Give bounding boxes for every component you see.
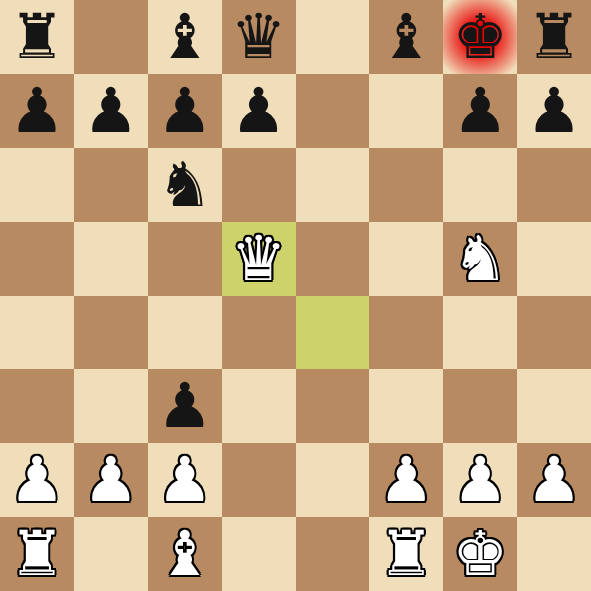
square-b3[interactable] xyxy=(74,369,148,443)
black-pawn-c3[interactable]: ♟ xyxy=(157,369,213,443)
square-a5[interactable] xyxy=(0,222,74,296)
black-bishop-f8[interactable]: ♝ xyxy=(379,0,435,74)
black-pawn-g7[interactable]: ♟ xyxy=(452,74,508,148)
square-a3[interactable] xyxy=(0,369,74,443)
square-g4[interactable] xyxy=(443,296,517,370)
square-d8[interactable]: ♛ xyxy=(222,0,296,74)
square-a1[interactable]: ♜ xyxy=(0,517,74,591)
white-pawn-h2[interactable]: ♟ xyxy=(526,443,582,517)
square-e8[interactable] xyxy=(296,0,370,74)
square-d1[interactable] xyxy=(222,517,296,591)
square-f1[interactable]: ♜ xyxy=(369,517,443,591)
square-c3[interactable]: ♟ xyxy=(148,369,222,443)
square-d3[interactable] xyxy=(222,369,296,443)
square-g5[interactable]: ♞ xyxy=(443,222,517,296)
square-b2[interactable]: ♟ xyxy=(74,443,148,517)
black-bishop-c8[interactable]: ♝ xyxy=(157,0,213,74)
square-e1[interactable] xyxy=(296,517,370,591)
square-c4[interactable] xyxy=(148,296,222,370)
white-pawn-f2[interactable]: ♟ xyxy=(379,443,435,517)
white-pawn-g2[interactable]: ♟ xyxy=(452,443,508,517)
square-c2[interactable]: ♟ xyxy=(148,443,222,517)
square-a7[interactable]: ♟ xyxy=(0,74,74,148)
square-h4[interactable] xyxy=(517,296,591,370)
white-bishop-c1[interactable]: ♝ xyxy=(157,517,213,591)
square-g8[interactable]: ♚ xyxy=(443,0,517,74)
white-king-g1[interactable]: ♚ xyxy=(452,517,508,591)
square-a8[interactable]: ♜ xyxy=(0,0,74,74)
square-f2[interactable]: ♟ xyxy=(369,443,443,517)
square-e3[interactable] xyxy=(296,369,370,443)
square-f3[interactable] xyxy=(369,369,443,443)
square-f6[interactable] xyxy=(369,148,443,222)
square-e6[interactable] xyxy=(296,148,370,222)
square-b4[interactable] xyxy=(74,296,148,370)
white-rook-a1[interactable]: ♜ xyxy=(9,517,65,591)
square-d7[interactable]: ♟ xyxy=(222,74,296,148)
white-pawn-b2[interactable]: ♟ xyxy=(83,443,139,517)
black-pawn-c7[interactable]: ♟ xyxy=(157,74,213,148)
square-h1[interactable] xyxy=(517,517,591,591)
black-king-g8[interactable]: ♚ xyxy=(452,0,508,74)
square-b8[interactable] xyxy=(74,0,148,74)
square-g1[interactable]: ♚ xyxy=(443,517,517,591)
square-a2[interactable]: ♟ xyxy=(0,443,74,517)
square-f4[interactable] xyxy=(369,296,443,370)
square-c7[interactable]: ♟ xyxy=(148,74,222,148)
black-pawn-d7[interactable]: ♟ xyxy=(231,74,287,148)
black-pawn-b7[interactable]: ♟ xyxy=(83,74,139,148)
square-d4[interactable] xyxy=(222,296,296,370)
square-h2[interactable]: ♟ xyxy=(517,443,591,517)
square-h7[interactable]: ♟ xyxy=(517,74,591,148)
square-f7[interactable] xyxy=(369,74,443,148)
square-b7[interactable]: ♟ xyxy=(74,74,148,148)
square-h8[interactable]: ♜ xyxy=(517,0,591,74)
square-g6[interactable] xyxy=(443,148,517,222)
white-pawn-c2[interactable]: ♟ xyxy=(157,443,213,517)
square-e4[interactable] xyxy=(296,296,370,370)
square-e2[interactable] xyxy=(296,443,370,517)
square-c1[interactable]: ♝ xyxy=(148,517,222,591)
square-h3[interactable] xyxy=(517,369,591,443)
square-e5[interactable] xyxy=(296,222,370,296)
square-f8[interactable]: ♝ xyxy=(369,0,443,74)
square-g3[interactable] xyxy=(443,369,517,443)
square-d6[interactable] xyxy=(222,148,296,222)
square-a4[interactable] xyxy=(0,296,74,370)
black-pawn-a7[interactable]: ♟ xyxy=(9,74,65,148)
square-c8[interactable]: ♝ xyxy=(148,0,222,74)
square-c5[interactable] xyxy=(148,222,222,296)
square-d5[interactable]: ♛ xyxy=(222,222,296,296)
square-e7[interactable] xyxy=(296,74,370,148)
white-pawn-a2[interactable]: ♟ xyxy=(9,443,65,517)
square-a6[interactable] xyxy=(0,148,74,222)
square-f5[interactable] xyxy=(369,222,443,296)
square-b1[interactable] xyxy=(74,517,148,591)
black-knight-c6[interactable]: ♞ xyxy=(157,148,213,222)
black-rook-a8[interactable]: ♜ xyxy=(9,0,65,74)
black-rook-h8[interactable]: ♜ xyxy=(526,0,582,74)
square-h5[interactable] xyxy=(517,222,591,296)
white-knight-g5[interactable]: ♞ xyxy=(452,222,508,296)
square-h6[interactable] xyxy=(517,148,591,222)
square-g2[interactable]: ♟ xyxy=(443,443,517,517)
chess-board-container: ♜♝♛♝♚♜♟♟♟♟♟♟♞♛♞♟♟♟♟♟♟♟♜♝♜♚ xyxy=(0,0,591,591)
black-pawn-h7[interactable]: ♟ xyxy=(526,74,582,148)
chess-board: ♜♝♛♝♚♜♟♟♟♟♟♟♞♛♞♟♟♟♟♟♟♟♜♝♜♚ xyxy=(0,0,591,591)
square-b6[interactable] xyxy=(74,148,148,222)
square-c6[interactable]: ♞ xyxy=(148,148,222,222)
white-rook-f1[interactable]: ♜ xyxy=(379,517,435,591)
black-queen-d8[interactable]: ♛ xyxy=(231,0,287,74)
square-d2[interactable] xyxy=(222,443,296,517)
white-queen-d5[interactable]: ♛ xyxy=(231,222,287,296)
square-b5[interactable] xyxy=(74,222,148,296)
square-g7[interactable]: ♟ xyxy=(443,74,517,148)
